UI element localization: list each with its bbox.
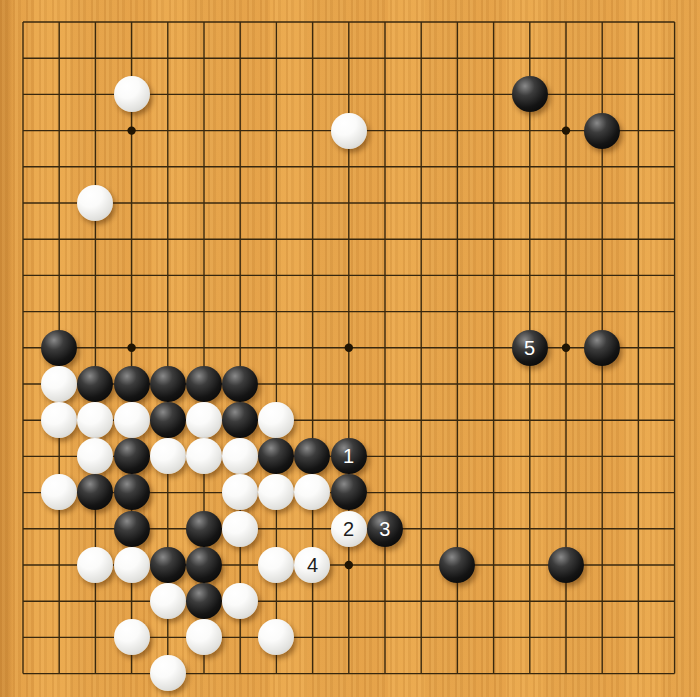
intersection[interactable] <box>150 655 186 691</box>
intersection[interactable] <box>656 547 692 583</box>
intersection[interactable]: 4 <box>294 547 330 583</box>
intersection[interactable] <box>439 402 475 438</box>
intersection[interactable] <box>222 221 258 257</box>
intersection[interactable] <box>439 619 475 655</box>
intersection[interactable] <box>77 511 113 547</box>
intersection[interactable] <box>548 112 584 148</box>
intersection[interactable] <box>331 474 367 510</box>
intersection[interactable] <box>439 185 475 221</box>
intersection[interactable] <box>403 40 439 76</box>
intersection[interactable] <box>367 474 403 510</box>
intersection[interactable] <box>41 330 77 366</box>
intersection[interactable] <box>77 293 113 329</box>
intersection[interactable] <box>548 40 584 76</box>
intersection[interactable] <box>584 112 620 148</box>
intersection[interactable] <box>656 366 692 402</box>
intersection[interactable] <box>258 4 294 40</box>
intersection[interactable] <box>41 511 77 547</box>
intersection[interactable] <box>475 330 511 366</box>
intersection[interactable] <box>439 330 475 366</box>
intersection[interactable] <box>294 4 330 40</box>
intersection[interactable] <box>258 293 294 329</box>
intersection[interactable] <box>331 257 367 293</box>
intersection[interactable] <box>548 4 584 40</box>
intersection[interactable] <box>150 149 186 185</box>
intersection[interactable] <box>512 438 548 474</box>
intersection[interactable] <box>258 547 294 583</box>
intersection[interactable] <box>475 257 511 293</box>
intersection[interactable] <box>294 511 330 547</box>
intersection[interactable] <box>41 293 77 329</box>
intersection[interactable] <box>258 438 294 474</box>
intersection[interactable] <box>403 438 439 474</box>
intersection[interactable] <box>222 402 258 438</box>
intersection[interactable] <box>41 366 77 402</box>
intersection[interactable] <box>222 547 258 583</box>
intersection[interactable] <box>294 149 330 185</box>
intersection[interactable] <box>41 402 77 438</box>
go-board[interactable]: 51234 <box>0 0 700 697</box>
intersection[interactable] <box>77 583 113 619</box>
intersection[interactable] <box>5 402 41 438</box>
intersection[interactable] <box>222 257 258 293</box>
intersection[interactable] <box>439 76 475 112</box>
intersection[interactable] <box>620 4 656 40</box>
intersection[interactable] <box>258 619 294 655</box>
intersection[interactable] <box>331 185 367 221</box>
intersection[interactable] <box>186 4 222 40</box>
intersection[interactable] <box>186 583 222 619</box>
intersection[interactable] <box>150 257 186 293</box>
intersection[interactable] <box>656 112 692 148</box>
intersection[interactable] <box>77 366 113 402</box>
intersection[interactable] <box>512 257 548 293</box>
intersection[interactable] <box>294 655 330 691</box>
intersection[interactable] <box>294 438 330 474</box>
intersection[interactable]: 3 <box>367 511 403 547</box>
intersection[interactable] <box>113 330 149 366</box>
intersection[interactable] <box>584 366 620 402</box>
intersection[interactable] <box>150 330 186 366</box>
intersection[interactable] <box>41 619 77 655</box>
intersection[interactable] <box>5 511 41 547</box>
intersection[interactable] <box>584 402 620 438</box>
intersection[interactable] <box>331 112 367 148</box>
intersection[interactable] <box>548 402 584 438</box>
intersection[interactable] <box>548 76 584 112</box>
intersection[interactable] <box>41 4 77 40</box>
intersection[interactable] <box>186 185 222 221</box>
intersection[interactable] <box>439 547 475 583</box>
intersection[interactable] <box>5 583 41 619</box>
intersection[interactable] <box>150 547 186 583</box>
intersection[interactable] <box>294 257 330 293</box>
intersection[interactable] <box>656 474 692 510</box>
intersection[interactable] <box>367 149 403 185</box>
intersection[interactable] <box>512 474 548 510</box>
intersection[interactable] <box>512 293 548 329</box>
intersection[interactable] <box>439 149 475 185</box>
intersection[interactable] <box>512 619 548 655</box>
intersection[interactable] <box>186 402 222 438</box>
intersection[interactable] <box>258 40 294 76</box>
intersection[interactable] <box>584 221 620 257</box>
intersection[interactable] <box>620 257 656 293</box>
intersection[interactable] <box>620 438 656 474</box>
intersection[interactable]: 2 <box>331 511 367 547</box>
intersection[interactable] <box>186 112 222 148</box>
intersection[interactable] <box>186 619 222 655</box>
intersection[interactable] <box>620 511 656 547</box>
intersection[interactable] <box>367 4 403 40</box>
intersection[interactable] <box>475 185 511 221</box>
intersection[interactable] <box>5 619 41 655</box>
intersection[interactable] <box>403 185 439 221</box>
intersection[interactable] <box>584 4 620 40</box>
intersection[interactable] <box>77 257 113 293</box>
intersection[interactable] <box>258 366 294 402</box>
intersection[interactable] <box>258 655 294 691</box>
intersection[interactable] <box>113 547 149 583</box>
intersection[interactable] <box>367 221 403 257</box>
intersection[interactable] <box>620 112 656 148</box>
intersection[interactable] <box>656 655 692 691</box>
intersection[interactable] <box>656 330 692 366</box>
intersection[interactable] <box>113 112 149 148</box>
intersection[interactable] <box>186 149 222 185</box>
intersection[interactable] <box>294 221 330 257</box>
intersection[interactable] <box>186 330 222 366</box>
intersection[interactable] <box>656 221 692 257</box>
intersection[interactable] <box>150 185 186 221</box>
intersection[interactable] <box>150 76 186 112</box>
intersection[interactable] <box>77 221 113 257</box>
intersection[interactable] <box>222 366 258 402</box>
intersection[interactable] <box>41 40 77 76</box>
intersection[interactable] <box>512 366 548 402</box>
intersection[interactable] <box>512 185 548 221</box>
intersection[interactable] <box>331 330 367 366</box>
intersection[interactable] <box>620 583 656 619</box>
intersection[interactable] <box>620 619 656 655</box>
intersection[interactable] <box>77 402 113 438</box>
intersection[interactable] <box>222 583 258 619</box>
intersection[interactable] <box>475 619 511 655</box>
intersection[interactable] <box>403 221 439 257</box>
intersection[interactable] <box>113 474 149 510</box>
intersection[interactable] <box>331 547 367 583</box>
intersection[interactable] <box>5 438 41 474</box>
intersection[interactable] <box>113 185 149 221</box>
intersection[interactable] <box>367 293 403 329</box>
intersection[interactable] <box>584 583 620 619</box>
intersection[interactable] <box>5 40 41 76</box>
intersection[interactable] <box>5 257 41 293</box>
intersection[interactable] <box>41 257 77 293</box>
intersection[interactable] <box>620 149 656 185</box>
intersection[interactable] <box>113 221 149 257</box>
intersection[interactable] <box>656 149 692 185</box>
intersection[interactable] <box>150 511 186 547</box>
intersection[interactable] <box>258 583 294 619</box>
intersection[interactable] <box>656 76 692 112</box>
intersection[interactable] <box>439 40 475 76</box>
intersection[interactable] <box>439 4 475 40</box>
intersection[interactable] <box>77 474 113 510</box>
intersection[interactable] <box>367 402 403 438</box>
intersection[interactable] <box>584 547 620 583</box>
intersection[interactable] <box>222 4 258 40</box>
intersection[interactable] <box>5 76 41 112</box>
intersection[interactable] <box>222 438 258 474</box>
intersection[interactable] <box>403 4 439 40</box>
intersection[interactable] <box>403 366 439 402</box>
intersection[interactable] <box>475 112 511 148</box>
intersection[interactable] <box>41 221 77 257</box>
intersection[interactable] <box>150 366 186 402</box>
intersection[interactable] <box>222 511 258 547</box>
intersection[interactable] <box>512 547 548 583</box>
intersection[interactable] <box>186 366 222 402</box>
intersection[interactable] <box>512 655 548 691</box>
intersection[interactable] <box>584 655 620 691</box>
intersection[interactable] <box>5 547 41 583</box>
intersection[interactable] <box>331 402 367 438</box>
intersection[interactable] <box>403 330 439 366</box>
intersection[interactable] <box>41 149 77 185</box>
intersection[interactable] <box>331 366 367 402</box>
intersection[interactable] <box>439 655 475 691</box>
intersection[interactable] <box>113 583 149 619</box>
intersection[interactable] <box>656 4 692 40</box>
intersection[interactable] <box>548 474 584 510</box>
intersection[interactable] <box>584 185 620 221</box>
intersection[interactable] <box>512 76 548 112</box>
intersection[interactable] <box>41 112 77 148</box>
intersection[interactable] <box>475 221 511 257</box>
intersection[interactable] <box>548 547 584 583</box>
intersection[interactable] <box>620 655 656 691</box>
intersection[interactable] <box>548 149 584 185</box>
intersection[interactable] <box>150 40 186 76</box>
intersection[interactable] <box>258 112 294 148</box>
intersection[interactable] <box>331 40 367 76</box>
intersection[interactable] <box>548 619 584 655</box>
intersection[interactable] <box>294 402 330 438</box>
intersection[interactable] <box>367 619 403 655</box>
intersection[interactable] <box>5 474 41 510</box>
intersection[interactable] <box>41 583 77 619</box>
intersection[interactable] <box>186 438 222 474</box>
intersection[interactable] <box>5 366 41 402</box>
intersection[interactable] <box>548 185 584 221</box>
intersection[interactable] <box>475 40 511 76</box>
intersection[interactable] <box>475 438 511 474</box>
intersection[interactable] <box>439 257 475 293</box>
intersection[interactable] <box>331 76 367 112</box>
intersection[interactable] <box>258 330 294 366</box>
intersection[interactable] <box>403 257 439 293</box>
intersection[interactable] <box>620 40 656 76</box>
intersection[interactable] <box>512 511 548 547</box>
intersection[interactable] <box>294 40 330 76</box>
intersection[interactable] <box>113 4 149 40</box>
intersection[interactable] <box>222 185 258 221</box>
intersection[interactable] <box>403 583 439 619</box>
intersection[interactable] <box>331 619 367 655</box>
intersection[interactable] <box>331 655 367 691</box>
intersection[interactable] <box>77 4 113 40</box>
intersection[interactable] <box>584 474 620 510</box>
intersection[interactable] <box>512 221 548 257</box>
intersection[interactable] <box>5 221 41 257</box>
intersection[interactable] <box>113 619 149 655</box>
intersection[interactable] <box>113 293 149 329</box>
intersection[interactable] <box>77 330 113 366</box>
intersection[interactable] <box>77 40 113 76</box>
intersection[interactable] <box>222 655 258 691</box>
intersection[interactable] <box>294 76 330 112</box>
intersection[interactable] <box>41 655 77 691</box>
intersection[interactable] <box>367 330 403 366</box>
intersection[interactable] <box>584 257 620 293</box>
intersection[interactable] <box>403 655 439 691</box>
intersection[interactable] <box>41 474 77 510</box>
intersection[interactable] <box>548 438 584 474</box>
intersection[interactable] <box>403 149 439 185</box>
intersection[interactable] <box>403 402 439 438</box>
intersection[interactable] <box>620 547 656 583</box>
intersection[interactable] <box>258 149 294 185</box>
intersection[interactable] <box>475 149 511 185</box>
intersection[interactable] <box>656 619 692 655</box>
intersection[interactable] <box>439 112 475 148</box>
intersection[interactable] <box>77 149 113 185</box>
intersection[interactable] <box>367 655 403 691</box>
intersection[interactable] <box>403 547 439 583</box>
intersection[interactable] <box>403 511 439 547</box>
intersection[interactable] <box>475 511 511 547</box>
intersection[interactable] <box>620 330 656 366</box>
intersection[interactable] <box>620 185 656 221</box>
intersection[interactable] <box>41 547 77 583</box>
intersection[interactable] <box>403 112 439 148</box>
intersection[interactable] <box>403 474 439 510</box>
intersection[interactable] <box>403 293 439 329</box>
intersection[interactable] <box>294 112 330 148</box>
intersection[interactable] <box>656 511 692 547</box>
intersection[interactable] <box>620 221 656 257</box>
intersection[interactable] <box>656 438 692 474</box>
intersection[interactable] <box>512 583 548 619</box>
intersection[interactable] <box>512 112 548 148</box>
intersection[interactable] <box>475 547 511 583</box>
intersection[interactable] <box>367 112 403 148</box>
intersection[interactable] <box>186 547 222 583</box>
intersection[interactable] <box>77 438 113 474</box>
intersection[interactable] <box>475 293 511 329</box>
intersection[interactable] <box>77 76 113 112</box>
intersection[interactable] <box>367 366 403 402</box>
intersection[interactable] <box>113 76 149 112</box>
intersection[interactable] <box>475 76 511 112</box>
intersection[interactable] <box>41 438 77 474</box>
intersection[interactable]: 1 <box>331 438 367 474</box>
intersection[interactable] <box>331 293 367 329</box>
intersection[interactable] <box>113 40 149 76</box>
intersection[interactable] <box>439 583 475 619</box>
intersection[interactable] <box>113 438 149 474</box>
intersection[interactable] <box>150 474 186 510</box>
intersection[interactable] <box>439 474 475 510</box>
intersection[interactable] <box>294 474 330 510</box>
intersection[interactable] <box>258 474 294 510</box>
intersection[interactable] <box>222 76 258 112</box>
intersection[interactable] <box>113 149 149 185</box>
intersection[interactable] <box>186 257 222 293</box>
intersection[interactable] <box>475 366 511 402</box>
intersection[interactable] <box>113 366 149 402</box>
intersection[interactable] <box>367 257 403 293</box>
intersection[interactable] <box>186 221 222 257</box>
intersection[interactable] <box>367 40 403 76</box>
intersection[interactable] <box>186 655 222 691</box>
intersection[interactable] <box>584 149 620 185</box>
intersection[interactable] <box>548 511 584 547</box>
intersection[interactable] <box>41 185 77 221</box>
intersection[interactable] <box>656 185 692 221</box>
intersection[interactable] <box>77 655 113 691</box>
intersection[interactable] <box>294 293 330 329</box>
intersection[interactable] <box>150 402 186 438</box>
intersection[interactable] <box>584 293 620 329</box>
intersection[interactable] <box>331 583 367 619</box>
intersection[interactable] <box>656 257 692 293</box>
intersection[interactable] <box>584 619 620 655</box>
intersection[interactable] <box>222 149 258 185</box>
intersection[interactable] <box>475 583 511 619</box>
intersection[interactable] <box>656 583 692 619</box>
intersection[interactable] <box>548 366 584 402</box>
intersection[interactable] <box>656 293 692 329</box>
intersection[interactable] <box>186 40 222 76</box>
intersection[interactable] <box>331 221 367 257</box>
intersection[interactable] <box>584 76 620 112</box>
intersection[interactable] <box>548 655 584 691</box>
intersection[interactable] <box>258 511 294 547</box>
intersection[interactable] <box>548 257 584 293</box>
intersection[interactable] <box>5 112 41 148</box>
intersection[interactable]: 5 <box>512 330 548 366</box>
intersection[interactable] <box>222 112 258 148</box>
intersection[interactable] <box>584 511 620 547</box>
intersection[interactable] <box>367 185 403 221</box>
intersection[interactable] <box>258 76 294 112</box>
intersection[interactable] <box>150 112 186 148</box>
intersection[interactable] <box>5 149 41 185</box>
intersection[interactable] <box>367 438 403 474</box>
intersection[interactable] <box>294 330 330 366</box>
intersection[interactable] <box>222 330 258 366</box>
intersection[interactable] <box>150 221 186 257</box>
intersection[interactable] <box>656 402 692 438</box>
intersection[interactable] <box>41 76 77 112</box>
intersection[interactable] <box>439 438 475 474</box>
intersection[interactable] <box>150 619 186 655</box>
intersection[interactable] <box>475 655 511 691</box>
intersection[interactable] <box>77 619 113 655</box>
intersection[interactable] <box>222 474 258 510</box>
